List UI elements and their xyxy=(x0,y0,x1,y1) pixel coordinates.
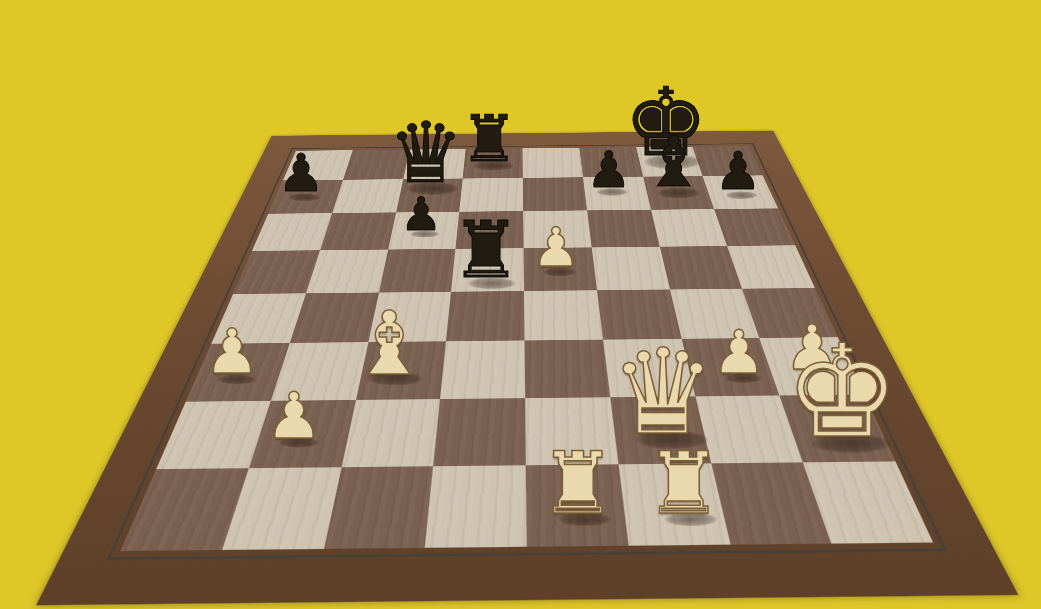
piece-black-pawn-c6[interactable]: ♟ xyxy=(400,194,441,234)
white-king-icon: ♚ xyxy=(785,336,900,449)
white-rook-icon: ♜ xyxy=(539,446,616,522)
piece-white-pawn-g3[interactable]: ♟ xyxy=(712,326,766,379)
square-c2[interactable] xyxy=(341,399,440,468)
piece-black-rook-d8[interactable]: ♜ xyxy=(460,111,517,167)
square-d1[interactable] xyxy=(425,466,527,548)
square-b6[interactable] xyxy=(320,212,396,250)
square-e3[interactable] xyxy=(525,339,610,397)
white-pawn-icon: ♟ xyxy=(712,326,766,379)
piece-white-king-h2[interactable]: ♚ xyxy=(785,336,900,449)
square-h5[interactable] xyxy=(727,245,815,288)
piece-white-pawn-b2[interactable]: ♟ xyxy=(265,388,322,444)
piece-black-bishop-g7[interactable]: ♝ xyxy=(643,132,706,194)
piece-black-pawn-h7[interactable]: ♟ xyxy=(715,149,762,195)
black-rook-icon: ♜ xyxy=(451,216,521,285)
black-pawn-icon: ♟ xyxy=(587,148,632,192)
black-bishop-icon: ♝ xyxy=(643,132,706,194)
white-pawn-icon: ♟ xyxy=(532,224,580,272)
piece-black-pawn-f7[interactable]: ♟ xyxy=(587,148,632,192)
piece-white-pawn-e5[interactable]: ♟ xyxy=(532,224,580,272)
piece-black-rook-d5[interactable]: ♜ xyxy=(451,216,521,285)
white-rook-icon: ♜ xyxy=(645,446,722,522)
square-f6[interactable] xyxy=(587,209,660,247)
square-c1[interactable] xyxy=(323,466,433,548)
black-pawn-icon: ♟ xyxy=(278,151,325,197)
square-d4[interactable] xyxy=(446,291,524,341)
square-c5[interactable] xyxy=(379,249,456,293)
white-bishop-icon: ♝ xyxy=(350,305,429,382)
piece-white-rook-e1[interactable]: ♜ xyxy=(539,446,616,522)
white-pawn-icon: ♟ xyxy=(204,325,260,380)
square-a6[interactable] xyxy=(252,213,332,251)
black-queen-icon: ♛ xyxy=(388,117,463,191)
square-h6[interactable] xyxy=(714,208,795,246)
black-rook-icon: ♜ xyxy=(460,111,517,167)
square-e7[interactable] xyxy=(523,177,587,211)
black-pawn-icon: ♟ xyxy=(715,149,762,195)
piece-black-queen-c7[interactable]: ♛ xyxy=(388,117,463,191)
app-window: ♜♚♟♛♟♝♟♟♜♟♟♝♟♟♟♛♚♜♜ xyxy=(0,0,1041,609)
piece-white-queen-f2[interactable]: ♛ xyxy=(610,341,716,445)
square-d3[interactable] xyxy=(440,340,525,398)
square-e4[interactable] xyxy=(524,290,603,340)
piece-white-pawn-a3[interactable]: ♟ xyxy=(204,325,260,380)
square-f5[interactable] xyxy=(591,247,669,290)
square-d2[interactable] xyxy=(433,398,525,467)
white-pawn-icon: ♟ xyxy=(265,388,322,444)
white-queen-icon: ♛ xyxy=(610,341,716,445)
piece-white-bishop-c3[interactable]: ♝ xyxy=(350,305,429,382)
square-b5[interactable] xyxy=(306,250,388,294)
board-scene: ♜♚♟♛♟♝♟♟♜♟♟♝♟♟♟♛♚♜♜ xyxy=(0,0,1041,609)
black-pawn-icon: ♟ xyxy=(400,194,441,234)
piece-black-pawn-a7[interactable]: ♟ xyxy=(278,151,325,197)
square-e8[interactable] xyxy=(523,148,583,178)
piece-white-rook-f1[interactable]: ♜ xyxy=(645,446,722,522)
